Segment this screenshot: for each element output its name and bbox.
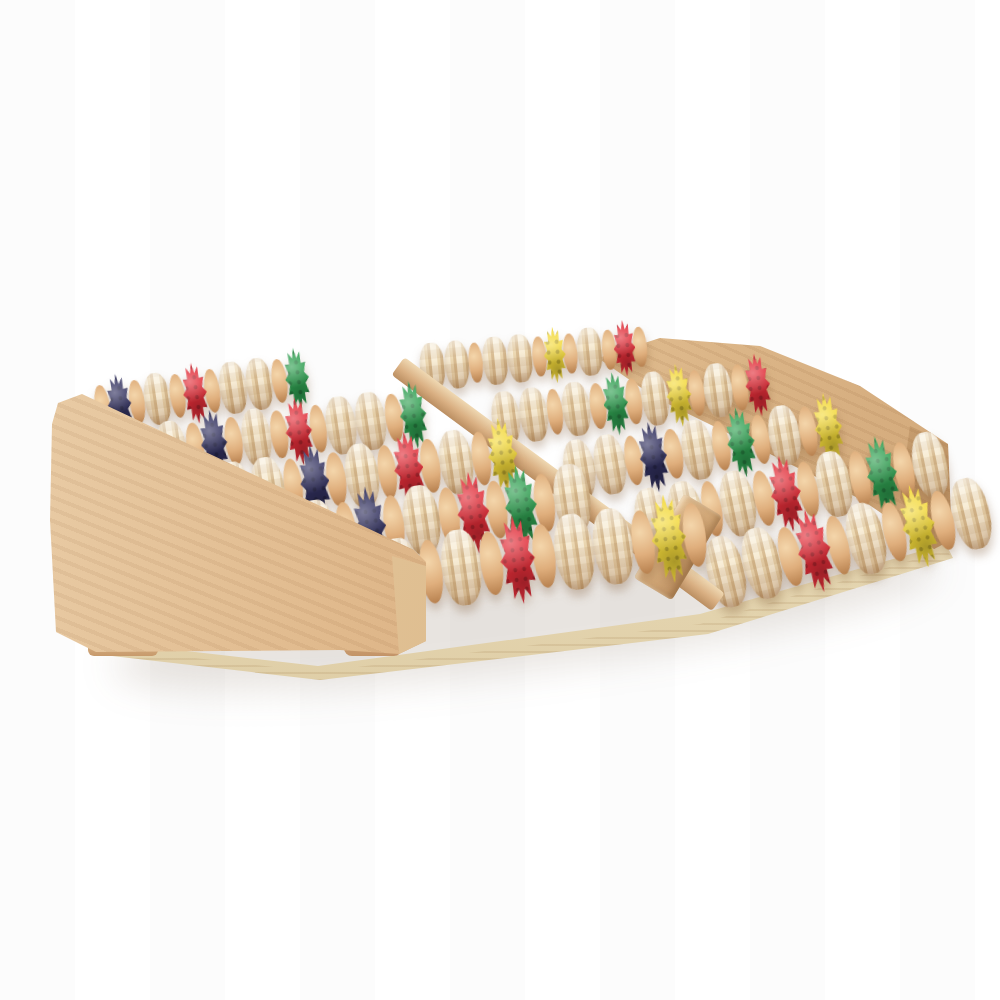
gear-roller [701, 362, 736, 419]
gear-roller [216, 360, 250, 415]
spike-ring-red [611, 319, 638, 377]
gear-roller [677, 418, 717, 482]
gear-roller [638, 370, 673, 427]
product-photo [0, 0, 1000, 1000]
gear-roller [505, 333, 534, 383]
spike-ring-yellow [541, 326, 568, 384]
gear-roller [588, 506, 637, 587]
gear-roller [559, 380, 594, 437]
gear-roller [437, 527, 486, 608]
gear-roller [575, 327, 604, 377]
gear-roller [549, 511, 598, 592]
gear-roller [481, 336, 510, 386]
